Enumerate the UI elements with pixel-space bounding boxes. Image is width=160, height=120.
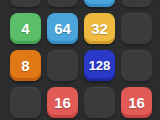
tile-64-r1c1: 64 [47, 13, 78, 44]
tile-8-r2c0: 8 [10, 50, 41, 81]
empty-cell-r1c3 [121, 13, 152, 44]
tile-4-r1c0: 4 [10, 13, 41, 44]
tile-128-r2c2: 128 [84, 50, 115, 81]
empty-cell-r2c3 [121, 50, 152, 81]
tile-16-r3c3: 16 [121, 87, 152, 118]
empty-cell-r3c2 [84, 87, 115, 118]
tile-16-r3c1: 16 [47, 87, 78, 118]
game-board[interactable]: 4643281281616 [10, 0, 152, 118]
empty-cell-r0c0 [10, 0, 41, 7]
empty-cell-r3c0 [10, 87, 41, 118]
empty-cell-r0c1 [47, 0, 78, 7]
tile-hidden-r0c2 [84, 0, 115, 7]
empty-cell-r2c1 [47, 50, 78, 81]
tile-32-r1c2: 32 [84, 13, 115, 44]
empty-cell-r0c3 [121, 0, 152, 7]
